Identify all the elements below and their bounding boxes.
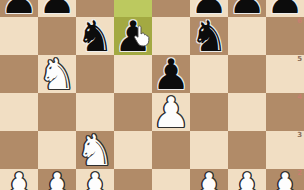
piece-white-pawn-f2[interactable]: ♟ — [190, 168, 228, 190]
square-a5[interactable] — [0, 55, 38, 93]
square-a7[interactable]: ♟ — [0, 0, 38, 17]
square-f5[interactable] — [190, 55, 228, 93]
piece-white-pawn-g2[interactable]: ♟ — [228, 168, 266, 190]
square-d4[interactable] — [114, 93, 152, 131]
square-c6[interactable]: ♞ — [76, 17, 114, 55]
rank-label-5: 5 — [297, 56, 302, 63]
square-a4[interactable] — [0, 93, 38, 131]
square-e2[interactable] — [152, 169, 190, 190]
square-h5[interactable]: 5 — [266, 55, 304, 93]
square-e3[interactable] — [152, 131, 190, 169]
rank-label-2: 2 — [297, 170, 302, 177]
piece-white-pawn-c2[interactable]: ♟ — [76, 168, 114, 190]
square-c2[interactable]: ♟ — [76, 169, 114, 190]
piece-white-pawn-a2[interactable]: ♟ — [0, 168, 38, 190]
hand-cursor-icon — [133, 25, 150, 47]
square-g4[interactable] — [228, 93, 266, 131]
square-b5[interactable]: ♞ — [38, 55, 76, 93]
board-viewport: ♟♟♟♟♟♞♟♞6♞♟5♟4♞3♟♟♟♟♟♟2 — [0, 0, 304, 190]
square-h4[interactable]: 4 — [266, 93, 304, 131]
rank-label-6: 6 — [297, 18, 302, 25]
square-g5[interactable] — [228, 55, 266, 93]
square-f4[interactable] — [190, 93, 228, 131]
square-d5[interactable] — [114, 55, 152, 93]
rank-label-3: 3 — [297, 132, 302, 139]
square-g2[interactable]: ♟ — [228, 169, 266, 190]
square-a2[interactable]: ♟ — [0, 169, 38, 190]
square-g6[interactable] — [228, 17, 266, 55]
square-h6[interactable]: 6 — [266, 17, 304, 55]
piece-black-knight-f6[interactable]: ♞ — [190, 16, 228, 58]
square-b4[interactable] — [38, 93, 76, 131]
rank-label-4: 4 — [297, 94, 302, 101]
square-d2[interactable] — [114, 169, 152, 190]
square-e4[interactable]: ♟ — [152, 93, 190, 131]
piece-white-pawn-e4[interactable]: ♟ — [152, 92, 190, 134]
square-d3[interactable] — [114, 131, 152, 169]
piece-white-knight-b5[interactable]: ♞ — [38, 54, 76, 96]
piece-white-pawn-b2[interactable]: ♟ — [38, 168, 76, 190]
square-b7[interactable]: ♟ — [38, 0, 76, 17]
square-h7[interactable]: ♟ — [266, 0, 304, 17]
chess-board[interactable]: ♟♟♟♟♟♞♟♞6♞♟5♟4♞3♟♟♟♟♟♟2 — [0, 0, 304, 190]
square-c5[interactable] — [76, 55, 114, 93]
square-a6[interactable] — [0, 17, 38, 55]
square-b2[interactable]: ♟ — [38, 169, 76, 190]
square-f6[interactable]: ♞ — [190, 17, 228, 55]
square-e7[interactable] — [152, 0, 190, 17]
square-h2[interactable]: ♟2 — [266, 169, 304, 190]
square-g7[interactable]: ♟ — [228, 0, 266, 17]
piece-black-knight-c6[interactable]: ♞ — [76, 16, 114, 58]
square-f2[interactable]: ♟ — [190, 169, 228, 190]
